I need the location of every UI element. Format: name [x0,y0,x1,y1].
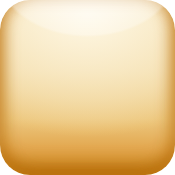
go-board [0,0,175,175]
screenshot-page [0,0,175,175]
go-board-app-icon[interactable] [0,0,175,175]
